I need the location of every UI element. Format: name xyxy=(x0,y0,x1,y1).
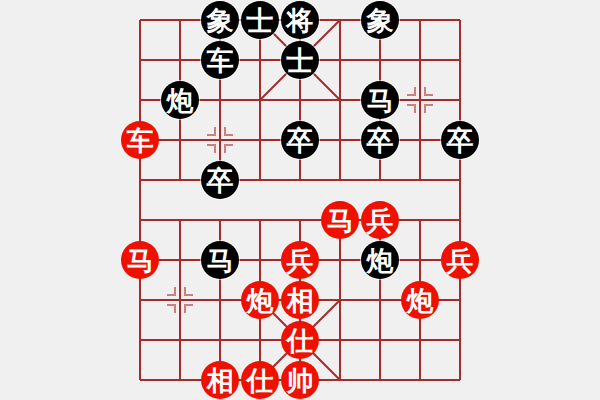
board-point xyxy=(320,80,360,120)
board-point xyxy=(200,80,240,120)
board-point xyxy=(320,360,360,400)
board-point: 车 xyxy=(120,120,160,160)
board-point xyxy=(160,160,200,200)
piece-black-horse[interactable]: 马 xyxy=(361,81,399,119)
board-point: 士 xyxy=(280,40,320,80)
board-point xyxy=(120,200,160,240)
board-point: 帅 xyxy=(280,360,320,400)
board-point xyxy=(320,240,360,280)
board-point: 将 xyxy=(280,0,320,40)
board-point xyxy=(320,160,360,200)
board-point xyxy=(400,240,440,280)
piece-red-horse[interactable]: 马 xyxy=(121,241,159,279)
board-point xyxy=(240,200,280,240)
board-point xyxy=(200,280,240,320)
board-point xyxy=(440,40,480,80)
board-point xyxy=(280,80,320,120)
piece-red-advisor[interactable]: 仕 xyxy=(241,361,279,399)
board-point: 炮 xyxy=(400,280,440,320)
board-point: 马 xyxy=(360,80,400,120)
board-point xyxy=(160,320,200,360)
board-point: 象 xyxy=(360,0,400,40)
board-point: 兵 xyxy=(440,240,480,280)
piece-black-soldier[interactable]: 卒 xyxy=(441,121,479,159)
board-point xyxy=(440,160,480,200)
board-point xyxy=(320,320,360,360)
board-point xyxy=(400,40,440,80)
board-point xyxy=(360,160,400,200)
piece-black-advisor[interactable]: 士 xyxy=(241,1,279,39)
board-point xyxy=(240,120,280,160)
board-point xyxy=(120,360,160,400)
piece-red-cannon[interactable]: 炮 xyxy=(401,281,439,319)
board-point xyxy=(360,40,400,80)
piece-black-horse[interactable]: 马 xyxy=(201,241,239,279)
piece-black-soldier[interactable]: 卒 xyxy=(281,121,319,159)
board-point xyxy=(240,160,280,200)
piece-red-general[interactable]: 帅 xyxy=(281,361,319,399)
board-point xyxy=(440,360,480,400)
piece-red-soldier[interactable]: 兵 xyxy=(441,241,479,279)
board-point xyxy=(400,0,440,40)
board-point xyxy=(160,40,200,80)
piece-black-chariot[interactable]: 车 xyxy=(201,41,239,79)
board-point: 象 xyxy=(200,0,240,40)
board-point xyxy=(320,120,360,160)
piece-black-elephant[interactable]: 象 xyxy=(361,1,399,39)
board-point xyxy=(280,160,320,200)
board-point xyxy=(160,0,200,40)
board-point xyxy=(120,80,160,120)
board-point xyxy=(320,40,360,80)
piece-black-soldier[interactable]: 卒 xyxy=(201,161,239,199)
piece-red-elephant[interactable]: 相 xyxy=(201,361,239,399)
piece-red-chariot[interactable]: 车 xyxy=(121,121,159,159)
board-point xyxy=(240,240,280,280)
board-point xyxy=(440,320,480,360)
board-point xyxy=(440,200,480,240)
board-point xyxy=(280,200,320,240)
board-point xyxy=(360,320,400,360)
board-point xyxy=(160,280,200,320)
board-point: 相 xyxy=(200,360,240,400)
piece-black-cannon[interactable]: 炮 xyxy=(361,241,399,279)
piece-red-elephant[interactable]: 相 xyxy=(281,281,319,319)
board-point xyxy=(240,80,280,120)
board-point xyxy=(120,40,160,80)
board-point xyxy=(360,280,400,320)
board-point xyxy=(120,0,160,40)
board-point: 卒 xyxy=(360,120,400,160)
piece-black-general[interactable]: 将 xyxy=(281,1,319,39)
board-point xyxy=(400,200,440,240)
board-point xyxy=(160,200,200,240)
board-point: 兵 xyxy=(360,200,400,240)
board-point xyxy=(240,320,280,360)
board-point xyxy=(200,200,240,240)
xiangqi-board: 象士将象车士炮马车卒卒卒卒马兵马马兵炮兵炮相炮仕相仕帅 xyxy=(0,0,600,400)
board-point: 马 xyxy=(120,240,160,280)
piece-red-cannon[interactable]: 炮 xyxy=(241,281,279,319)
board-points: 象士将象车士炮马车卒卒卒卒马兵马马兵炮兵炮相炮仕相仕帅 xyxy=(120,0,480,400)
board-point: 兵 xyxy=(280,240,320,280)
board-point xyxy=(120,280,160,320)
board-point: 卒 xyxy=(200,160,240,200)
board-point xyxy=(320,280,360,320)
board-point xyxy=(320,0,360,40)
board-point xyxy=(200,120,240,160)
board-point xyxy=(400,120,440,160)
board-point xyxy=(160,360,200,400)
board-point xyxy=(440,280,480,320)
board-point xyxy=(400,320,440,360)
board-point xyxy=(240,40,280,80)
board-point xyxy=(440,0,480,40)
board-point: 卒 xyxy=(280,120,320,160)
board-point: 炮 xyxy=(240,280,280,320)
board-point: 炮 xyxy=(160,80,200,120)
board-point xyxy=(200,320,240,360)
board-point: 士 xyxy=(240,0,280,40)
board-point: 相 xyxy=(280,280,320,320)
board-point xyxy=(400,360,440,400)
piece-black-advisor[interactable]: 士 xyxy=(281,41,319,79)
piece-black-elephant[interactable]: 象 xyxy=(201,1,239,39)
board-point xyxy=(160,240,200,280)
board-point xyxy=(360,360,400,400)
piece-red-horse[interactable]: 马 xyxy=(321,201,359,239)
board-point xyxy=(120,320,160,360)
board-point xyxy=(160,120,200,160)
board-point: 卒 xyxy=(440,120,480,160)
board-point xyxy=(400,160,440,200)
board-point: 马 xyxy=(200,240,240,280)
board-point xyxy=(440,80,480,120)
piece-red-soldier[interactable]: 兵 xyxy=(281,241,319,279)
piece-red-advisor[interactable]: 仕 xyxy=(281,321,319,359)
board-point: 炮 xyxy=(360,240,400,280)
board-point: 车 xyxy=(200,40,240,80)
board-point: 仕 xyxy=(280,320,320,360)
board-point: 马 xyxy=(320,200,360,240)
piece-black-cannon[interactable]: 炮 xyxy=(161,81,199,119)
board-point: 仕 xyxy=(240,360,280,400)
board-point xyxy=(400,80,440,120)
piece-red-soldier[interactable]: 兵 xyxy=(361,201,399,239)
board-point xyxy=(120,160,160,200)
piece-black-soldier[interactable]: 卒 xyxy=(361,121,399,159)
